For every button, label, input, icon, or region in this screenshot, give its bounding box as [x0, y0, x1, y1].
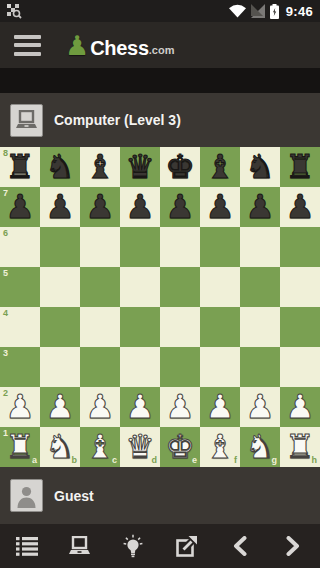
piece-black-rook[interactable]: ♜	[0, 147, 40, 187]
square-c6[interactable]	[80, 227, 120, 267]
computer-opponent-icon	[10, 104, 43, 137]
guest-avatar	[10, 479, 43, 512]
square-a8[interactable]: 8♜	[0, 147, 40, 187]
piece-white-rook[interactable]: ♜	[0, 427, 40, 467]
piece-black-king[interactable]: ♚	[160, 147, 200, 187]
piece-black-knight[interactable]: ♞	[240, 147, 280, 187]
computer-icon	[68, 536, 91, 557]
cell-signal-icon	[251, 4, 265, 18]
square-c8[interactable]: ♝	[80, 147, 120, 187]
piece-black-pawn[interactable]: ♟	[200, 187, 240, 227]
chevron-left-icon	[233, 536, 247, 556]
square-c7[interactable]: ♟	[80, 187, 120, 227]
square-e8[interactable]: ♚	[160, 147, 200, 187]
content-gap	[0, 68, 320, 93]
android-status-bar: 9:46	[0, 0, 320, 22]
move-list-icon	[16, 536, 38, 556]
opponent-name: Computer (Level 3)	[54, 112, 181, 128]
square-b4[interactable]	[40, 307, 80, 347]
square-a4[interactable]: 4	[0, 307, 40, 347]
square-h2[interactable]: ♟	[280, 387, 320, 427]
square-e6[interactable]	[160, 227, 200, 267]
square-d3[interactable]	[120, 347, 160, 387]
piece-black-pawn[interactable]: ♟	[0, 187, 40, 227]
square-d2[interactable]: ♟	[120, 387, 160, 427]
chess-board[interactable]: 8♜♞♝♛♚♝♞♜7♟♟♟♟♟♟♟♟65432♟♟♟♟♟♟♟♟1a♜b♞c♝d♛…	[0, 147, 320, 467]
piece-black-pawn[interactable]: ♟	[120, 187, 160, 227]
chesscom-logo[interactable]: ♟ Chess .com	[65, 32, 174, 59]
square-f6[interactable]	[200, 227, 240, 267]
piece-black-knight[interactable]: ♞	[40, 147, 80, 187]
piece-white-bishop[interactable]: ♝	[80, 427, 120, 467]
square-f8[interactable]: ♝	[200, 147, 240, 187]
square-g5[interactable]	[240, 267, 280, 307]
square-d4[interactable]	[120, 307, 160, 347]
piece-black-pawn[interactable]: ♟	[240, 187, 280, 227]
square-h3[interactable]	[280, 347, 320, 387]
square-b8[interactable]: ♞	[40, 147, 80, 187]
logo-suffix-text: .com	[149, 42, 175, 59]
piece-white-pawn[interactable]: ♟	[160, 387, 200, 427]
chesscom-notification-icon	[7, 4, 22, 19]
player-bar: Guest	[0, 467, 320, 524]
square-a7[interactable]: 7♟	[0, 187, 40, 227]
open-full-button[interactable]	[160, 524, 213, 568]
piece-white-rook[interactable]: ♜	[280, 427, 320, 467]
wifi-icon	[229, 4, 246, 18]
computer-button[interactable]	[53, 524, 106, 568]
rank-label: 3	[3, 349, 8, 358]
back-button[interactable]	[213, 524, 266, 568]
battery-charging-icon	[270, 4, 279, 19]
menu-hamburger-icon[interactable]	[14, 35, 41, 56]
piece-black-queen[interactable]: ♛	[120, 147, 160, 187]
piece-white-king[interactable]: ♚	[160, 427, 200, 467]
square-d8[interactable]: ♛	[120, 147, 160, 187]
square-g2[interactable]: ♟	[240, 387, 280, 427]
square-e5[interactable]	[160, 267, 200, 307]
square-h7[interactable]: ♟	[280, 187, 320, 227]
square-g4[interactable]	[240, 307, 280, 347]
square-g1[interactable]: g♞	[240, 427, 280, 467]
square-a6[interactable]: 6	[0, 227, 40, 267]
square-c4[interactable]	[80, 307, 120, 347]
piece-black-pawn[interactable]: ♟	[80, 187, 120, 227]
bottom-toolbar	[0, 524, 320, 568]
square-a1[interactable]: 1a♜	[0, 427, 40, 467]
square-g8[interactable]: ♞	[240, 147, 280, 187]
logo-pawn-icon: ♟	[65, 32, 89, 59]
move-list-button[interactable]	[0, 524, 53, 568]
square-d1[interactable]: d♛	[120, 427, 160, 467]
piece-black-rook[interactable]: ♜	[280, 147, 320, 187]
square-h8[interactable]: ♜	[280, 147, 320, 187]
square-e2[interactable]: ♟	[160, 387, 200, 427]
square-c2[interactable]: ♟	[80, 387, 120, 427]
square-h5[interactable]	[280, 267, 320, 307]
square-h1[interactable]: h♜	[280, 427, 320, 467]
piece-white-pawn[interactable]: ♟	[120, 387, 160, 427]
square-f2[interactable]: ♟	[200, 387, 240, 427]
piece-white-pawn[interactable]: ♟	[280, 387, 320, 427]
square-b2[interactable]: ♟	[40, 387, 80, 427]
square-d7[interactable]: ♟	[120, 187, 160, 227]
square-b1[interactable]: b♞	[40, 427, 80, 467]
square-g7[interactable]: ♟	[240, 187, 280, 227]
square-h6[interactable]	[280, 227, 320, 267]
piece-white-queen[interactable]: ♛	[120, 427, 160, 467]
piece-white-knight[interactable]: ♞	[40, 427, 80, 467]
piece-black-pawn[interactable]: ♟	[160, 187, 200, 227]
piece-black-bishop[interactable]: ♝	[200, 147, 240, 187]
square-b5[interactable]	[40, 267, 80, 307]
square-d6[interactable]	[120, 227, 160, 267]
square-b7[interactable]: ♟	[40, 187, 80, 227]
square-d5[interactable]	[120, 267, 160, 307]
chesscom-app: 9:46 ♟ Chess .com Computer (Level 3) 8♜♞…	[0, 0, 320, 568]
square-f7[interactable]: ♟	[200, 187, 240, 227]
rank-label: 6	[3, 229, 8, 238]
app-header: ♟ Chess .com	[0, 22, 320, 68]
forward-button[interactable]	[267, 524, 320, 568]
square-c1[interactable]: c♝	[80, 427, 120, 467]
square-c5[interactable]	[80, 267, 120, 307]
piece-white-knight[interactable]: ♞	[240, 427, 280, 467]
open-full-icon	[176, 535, 198, 557]
square-g6[interactable]	[240, 227, 280, 267]
rank-label: 5	[3, 269, 8, 278]
square-f1[interactable]: f♝	[200, 427, 240, 467]
square-e3[interactable]	[160, 347, 200, 387]
player-name: Guest	[54, 488, 94, 504]
square-f4[interactable]	[200, 307, 240, 347]
piece-white-pawn[interactable]: ♟	[80, 387, 120, 427]
square-b3[interactable]	[40, 347, 80, 387]
lightbulb-hint-icon	[122, 534, 144, 558]
piece-white-pawn[interactable]: ♟	[200, 387, 240, 427]
piece-white-pawn[interactable]: ♟	[0, 387, 40, 427]
square-e7[interactable]: ♟	[160, 187, 200, 227]
hint-button[interactable]	[107, 524, 160, 568]
square-f3[interactable]	[200, 347, 240, 387]
piece-black-pawn[interactable]: ♟	[280, 187, 320, 227]
opponent-bar: Computer (Level 3)	[0, 93, 320, 147]
square-e4[interactable]	[160, 307, 200, 347]
square-b6[interactable]	[40, 227, 80, 267]
piece-black-bishop[interactable]: ♝	[80, 147, 120, 187]
rank-label: 4	[3, 309, 8, 318]
square-a2[interactable]: 2♟	[0, 387, 40, 427]
piece-white-bishop[interactable]: ♝	[200, 427, 240, 467]
square-a5[interactable]: 5	[0, 267, 40, 307]
square-a3[interactable]: 3	[0, 347, 40, 387]
square-c3[interactable]	[80, 347, 120, 387]
piece-black-pawn[interactable]: ♟	[40, 187, 80, 227]
square-g3[interactable]	[240, 347, 280, 387]
square-e1[interactable]: e♚	[160, 427, 200, 467]
square-f5[interactable]	[200, 267, 240, 307]
chevron-right-icon	[286, 536, 300, 556]
clock-time: 9:46	[286, 4, 313, 19]
piece-white-pawn[interactable]: ♟	[240, 387, 280, 427]
logo-text: Chess	[90, 37, 149, 59]
piece-white-pawn[interactable]: ♟	[40, 387, 80, 427]
square-h4[interactable]	[280, 307, 320, 347]
